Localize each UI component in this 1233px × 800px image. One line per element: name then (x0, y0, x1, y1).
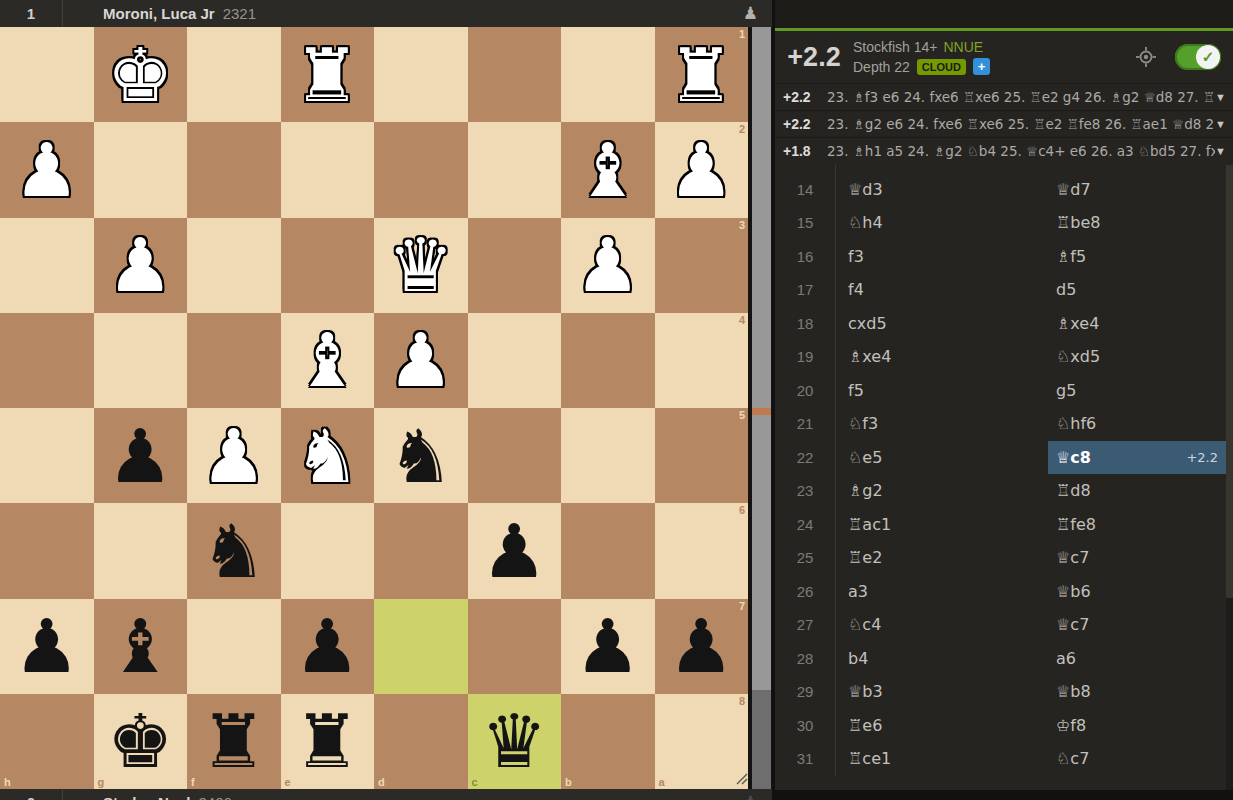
move-row-15: 15♘h4♖be8 (775, 206, 1226, 240)
bottom-player-name: Studer, Noel (103, 794, 191, 800)
move-row-14: 14♕d3♕d7 (775, 173, 1226, 207)
square-g4[interactable] (94, 313, 188, 408)
square-a2[interactable]: ♟2 (655, 122, 749, 217)
black-move[interactable]: ♖be8 (1048, 206, 1226, 240)
black-move[interactable]: ♖fe8 (1048, 508, 1226, 542)
square-d6[interactable] (374, 503, 468, 598)
white-pawn[interactable]: ♟ (655, 122, 749, 217)
move-row-26: 26a3♕b6 (775, 575, 1226, 609)
white-move[interactable]: ♖ac1 (836, 508, 1048, 542)
black-pawn[interactable]: ♟ (468, 503, 562, 598)
engine-depth-row: Depth 22 CLOUD + (853, 58, 990, 75)
analysis-app: 1 Moroni, Luca Jr 2321 ♟ ♚♜♜1♟♝♟2♟♛♟3♝♟4… (0, 0, 1233, 800)
file-label-f: f (191, 776, 195, 788)
eval-gauge-midpoint-tick (752, 408, 771, 415)
move-row-30: 30♖e6♔f8 (775, 709, 1226, 743)
square-a6[interactable]: 6 (655, 503, 749, 598)
black-pawn[interactable]: ♟ (94, 408, 188, 503)
square-c7[interactable] (468, 599, 562, 694)
white-move[interactable]: ♕d3 (836, 173, 1048, 207)
move-row-20: 20f5g5 (775, 374, 1226, 408)
square-d2[interactable] (374, 122, 468, 217)
engine-name-row: Stockfish 14+NNUE (853, 39, 990, 55)
move-number: 15 (775, 206, 836, 240)
square-a4[interactable]: 4 (655, 313, 749, 408)
pv-line-3[interactable]: +1.823. ♗h1 a5 24. ♗g2 ♘b4 25. ♕c4+ e6 2… (775, 137, 1233, 164)
rank-label-8: 8 (739, 695, 745, 707)
bottom-player-index: 0 (0, 789, 63, 800)
engine-depth: Depth 22 (853, 59, 910, 75)
white-move[interactable]: ♖e2 (836, 541, 1048, 575)
panel-top-strip (775, 0, 1233, 28)
move-number: 16 (775, 240, 836, 274)
square-f4[interactable] (187, 313, 281, 408)
move-row-17: 17f4d5 (775, 273, 1226, 307)
black-move[interactable]: ♘c7 (1048, 742, 1226, 776)
square-c5[interactable] (468, 408, 562, 503)
move-number: 22 (775, 441, 836, 475)
white-move[interactable]: ♖ce1 (836, 742, 1048, 776)
square-f3[interactable] (187, 218, 281, 313)
square-f2[interactable] (187, 122, 281, 217)
board-resize-handle[interactable] (734, 771, 748, 785)
white-move[interactable] (836, 165, 1048, 173)
square-b6[interactable] (561, 503, 655, 598)
move-row-27: 27♘c4♕c7 (775, 608, 1226, 642)
square-g5[interactable]: ♟ (94, 408, 188, 503)
square-g8[interactable]: ♚g (94, 694, 188, 789)
move-row-13: g6 (775, 165, 1226, 173)
white-move[interactable]: b4 (836, 642, 1048, 676)
square-c4[interactable] (468, 313, 562, 408)
move-list: g614♕d3♕d715♘h4♖be816f3♗f517f4d518cxd5♗x… (775, 165, 1226, 790)
move-number: 27 (775, 608, 836, 642)
black-move-selected[interactable]: ♕c8+2.2 (1048, 441, 1226, 475)
move-row-29: 29♕b3♕b8 (775, 675, 1226, 709)
white-player-icon: ♟ (743, 0, 758, 27)
move-number: 24 (775, 508, 836, 542)
move-row-19: 19♗xe4♘xd5 (775, 340, 1226, 374)
eval-gauge (752, 27, 771, 789)
black-pawn[interactable]: ♟ (281, 599, 375, 694)
square-e3[interactable] (281, 218, 375, 313)
square-d1[interactable] (374, 27, 468, 122)
move-number: 30 (775, 709, 836, 743)
panel-bottom-bar (775, 790, 1233, 800)
square-f6[interactable]: ♞ (187, 503, 281, 598)
black-pawn[interactable]: ♟ (561, 599, 655, 694)
pv-collapse-icon[interactable]: ▼ (1215, 145, 1233, 157)
black-pawn[interactable]: ♟ (0, 599, 94, 694)
move-row-31: 31♖ce1♘c7 (775, 742, 1226, 776)
move-number: 25 (775, 541, 836, 575)
black-pawn[interactable]: ♟ (655, 599, 749, 694)
file-label-d: d (378, 776, 385, 788)
square-a3[interactable]: 3 (655, 218, 749, 313)
white-move[interactable]: ♗xe4 (836, 340, 1048, 374)
black-move[interactable]: ♕b6 (1048, 575, 1226, 609)
move-row-28: 28b4a6 (775, 642, 1226, 676)
white-pawn[interactable]: ♟ (0, 122, 94, 217)
pv-moves: 23. ♗h1 a5 24. ♗g2 ♘b4 25. ♕c4+ e6 26. a… (827, 143, 1215, 159)
white-king[interactable]: ♚ (94, 27, 188, 122)
square-e6[interactable] (281, 503, 375, 598)
black-move[interactable]: g6 (1048, 165, 1226, 173)
square-e7[interactable]: ♟ (281, 599, 375, 694)
square-e8[interactable]: ♜e (281, 694, 375, 789)
pv-eval: +1.8 (783, 143, 817, 159)
move-number: 19 (775, 340, 836, 374)
white-knight[interactable]: ♞ (281, 408, 375, 503)
move-number: 26 (775, 575, 836, 609)
file-label-g: g (98, 776, 105, 788)
pv-moves: 23. ♗f3 e6 24. fxe6 ♖xe6 25. ♖e2 g4 26. … (827, 89, 1215, 105)
square-b3[interactable]: ♟ (561, 218, 655, 313)
rank-label-5: 5 (739, 409, 745, 421)
pv-line-1[interactable]: +2.223. ♗f3 e6 24. fxe6 ♖xe6 25. ♖e2 g4 … (775, 83, 1233, 110)
square-c2[interactable] (468, 122, 562, 217)
square-h6[interactable] (0, 503, 94, 598)
white-move[interactable]: f3 (836, 240, 1048, 274)
square-a1[interactable]: ♜1 (655, 27, 749, 122)
scrollbar-thumb[interactable] (1226, 165, 1233, 598)
engine-nnue-label: NNUE (943, 39, 983, 55)
move-number: 31 (775, 742, 836, 776)
pv-line-2[interactable]: +2.223. ♗g2 e6 24. fxe6 ♖xe6 25. ♖e2 ♖fe… (775, 110, 1233, 137)
move-number (775, 165, 836, 173)
square-a7[interactable]: ♟7 (655, 599, 749, 694)
black-knight[interactable]: ♞ (187, 503, 281, 598)
black-move[interactable]: ♕b8 (1048, 675, 1226, 709)
square-c6[interactable]: ♟ (468, 503, 562, 598)
white-pawn[interactable]: ♟ (187, 408, 281, 503)
white-rook[interactable]: ♜ (655, 27, 749, 122)
square-d8[interactable]: d (374, 694, 468, 789)
square-f1[interactable] (187, 27, 281, 122)
square-h3[interactable] (0, 218, 94, 313)
move-row-23: 23♗g2♖d8 (775, 474, 1226, 508)
white-move[interactable]: a3 (836, 575, 1048, 609)
engine-eval: +2.2 (775, 42, 853, 73)
square-c8[interactable]: ♛c (468, 694, 562, 789)
black-move[interactable]: ♗xe4 (1048, 307, 1226, 341)
file-label-e: e (285, 776, 291, 788)
engine-info: Stockfish 14+NNUE Depth 22 CLOUD + (853, 39, 990, 75)
move-number: 28 (775, 642, 836, 676)
square-b8[interactable]: b (561, 694, 655, 789)
top-player-bar: 1 Moroni, Luca Jr 2321 ♟ (0, 0, 772, 27)
square-h8[interactable]: h (0, 694, 94, 789)
white-bishop[interactable]: ♝ (281, 313, 375, 408)
file-label-c: c (472, 776, 478, 788)
square-g6[interactable] (94, 503, 188, 598)
black-bishop[interactable]: ♝ (94, 599, 188, 694)
square-f7[interactable] (187, 599, 281, 694)
file-label-h: h (4, 776, 11, 788)
pv-lines: +2.223. ♗f3 e6 24. fxe6 ♖xe6 25. ♖e2 g4 … (775, 83, 1233, 164)
square-h5[interactable] (0, 408, 94, 503)
black-move[interactable]: ♕c7 (1048, 608, 1226, 642)
square-b1[interactable] (561, 27, 655, 122)
pv-moves: 23. ♗g2 e6 24. fxe6 ♖xe6 25. ♖e2 ♖fe8 26… (827, 116, 1215, 132)
rank-label-7: 7 (739, 600, 745, 612)
move-number: 21 (775, 407, 836, 441)
square-e1[interactable]: ♜ (281, 27, 375, 122)
rank-label-1: 1 (739, 28, 745, 40)
square-e2[interactable] (281, 122, 375, 217)
square-g1[interactable]: ♚ (94, 27, 188, 122)
pv-eval: +2.2 (783, 89, 817, 105)
square-f5[interactable]: ♟ (187, 408, 281, 503)
white-move[interactable]: f4 (836, 273, 1048, 307)
white-pawn[interactable]: ♟ (374, 313, 468, 408)
square-e5[interactable]: ♞ (281, 408, 375, 503)
top-player-rating: 2321 (223, 5, 256, 22)
move-row-21: 21♘f3♘hf6 (775, 407, 1226, 441)
move-number: 18 (775, 307, 836, 341)
square-c1[interactable] (468, 27, 562, 122)
black-move[interactable]: ♕d7 (1048, 173, 1226, 207)
square-b4[interactable] (561, 313, 655, 408)
pv-collapse-icon[interactable]: ▼ (1215, 91, 1233, 103)
black-move[interactable]: ♘hf6 (1048, 407, 1226, 441)
black-move[interactable]: ♔f8 (1048, 709, 1226, 743)
square-h1[interactable] (0, 27, 94, 122)
move-number: 17 (775, 273, 836, 307)
black-rook[interactable]: ♜ (281, 694, 375, 789)
square-g3[interactable]: ♟ (94, 218, 188, 313)
square-e4[interactable]: ♝ (281, 313, 375, 408)
file-label-a: a (659, 776, 665, 788)
square-d7[interactable] (374, 599, 468, 694)
white-move[interactable]: ♘c4 (836, 608, 1048, 642)
white-pawn[interactable]: ♟ (94, 218, 188, 313)
square-d5[interactable]: ♞ (374, 408, 468, 503)
engine-name: Stockfish 14+ (853, 39, 937, 55)
white-rook[interactable]: ♜ (281, 27, 375, 122)
rank-label-4: 4 (739, 314, 745, 326)
square-d3[interactable]: ♛ (374, 218, 468, 313)
engine-toggle[interactable]: ✓ (1175, 44, 1221, 70)
cloud-badge: CLOUD (917, 59, 966, 75)
square-f8[interactable]: ♜f (187, 694, 281, 789)
white-move[interactable]: f5 (836, 374, 1048, 408)
bottom-player-rating: 2406 (199, 794, 232, 800)
pv-collapse-icon[interactable]: ▼ (1215, 118, 1233, 130)
square-b7[interactable]: ♟ (561, 599, 655, 694)
square-c3[interactable] (468, 218, 562, 313)
black-move[interactable]: ♘xd5 (1048, 340, 1226, 374)
square-a5[interactable]: 5 (655, 408, 749, 503)
engine-toggle-checkmark-icon: ✓ (1196, 45, 1220, 69)
selected-move-eval: +2.2 (1186, 450, 1218, 465)
move-number: 20 (775, 374, 836, 408)
move-row-16: 16f3♗f5 (775, 240, 1226, 274)
black-queen[interactable]: ♛ (468, 694, 562, 789)
white-move[interactable]: cxd5 (836, 307, 1048, 341)
black-player-icon: ♟ (743, 789, 758, 800)
bottom-player-bar: 0 Studer, Noel 2406 ♟ (0, 789, 772, 800)
top-player-name: Moroni, Luca Jr (103, 5, 215, 22)
engine-header: +2.2 Stockfish 14+NNUE Depth 22 CLOUD + (775, 31, 1233, 83)
move-number: 29 (775, 675, 836, 709)
move-row-24: 24♖ac1♖fe8 (775, 508, 1226, 542)
practice-target-icon[interactable] (1135, 46, 1157, 68)
black-move[interactable]: d5 (1048, 273, 1226, 307)
eval-gauge-black-part (752, 690, 771, 789)
square-b2[interactable]: ♝ (561, 122, 655, 217)
pv-eval: +2.2 (783, 116, 817, 132)
white-queen[interactable]: ♛ (374, 218, 468, 313)
move-row-25: 25♖e2♕c7 (775, 541, 1226, 575)
add-lines-button[interactable]: + (973, 58, 990, 75)
white-pawn[interactable]: ♟ (561, 218, 655, 313)
file-label-b: b (565, 776, 572, 788)
white-move[interactable]: ♘e5 (836, 441, 1048, 475)
black-king[interactable]: ♚ (94, 694, 188, 789)
move-number: 14 (775, 173, 836, 207)
white-move[interactable]: ♗g2 (836, 474, 1048, 508)
white-bishop[interactable]: ♝ (561, 122, 655, 217)
move-row-22: 22♘e5♕c8+2.2 (775, 441, 1226, 475)
engine-panel: +2.2 Stockfish 14+NNUE Depth 22 CLOUD + (775, 0, 1233, 800)
black-move[interactable]: ♗f5 (1048, 240, 1226, 274)
rank-label-3: 3 (739, 219, 745, 231)
square-d4[interactable]: ♟ (374, 313, 468, 408)
black-move[interactable]: ♖d8 (1048, 474, 1226, 508)
black-move[interactable]: ♕c7 (1048, 541, 1226, 575)
black-move[interactable]: g5 (1048, 374, 1226, 408)
square-g7[interactable]: ♝ (94, 599, 188, 694)
rank-label-6: 6 (739, 504, 745, 516)
square-h2[interactable]: ♟ (0, 122, 94, 217)
square-g2[interactable] (94, 122, 188, 217)
square-b5[interactable] (561, 408, 655, 503)
square-h4[interactable] (0, 313, 94, 408)
black-knight[interactable]: ♞ (374, 408, 468, 503)
chess-board[interactable]: ♚♜♜1♟♝♟2♟♛♟3♝♟4♟♟♞♞5♞♟6♟♝♟♟♟7h♚g♜f♜ed♛cb… (0, 27, 748, 789)
black-rook[interactable]: ♜ (187, 694, 281, 789)
square-h7[interactable]: ♟ (0, 599, 94, 694)
white-move[interactable]: ♖e6 (836, 709, 1048, 743)
move-list-scrollbar[interactable] (1226, 165, 1233, 800)
black-move[interactable]: a6 (1048, 642, 1226, 676)
white-move[interactable]: ♘h4 (836, 206, 1048, 240)
top-player-index: 1 (0, 0, 63, 27)
white-move[interactable]: ♘f3 (836, 407, 1048, 441)
move-row-18: 18cxd5♗xe4 (775, 307, 1226, 341)
rank-label-2: 2 (739, 123, 745, 135)
move-number: 23 (775, 474, 836, 508)
white-move[interactable]: ♕b3 (836, 675, 1048, 709)
